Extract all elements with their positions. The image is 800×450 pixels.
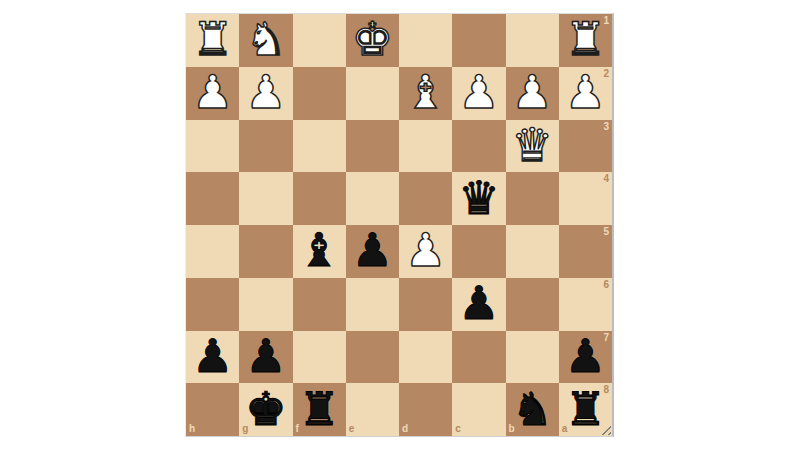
white-queen[interactable]: ♛ [512, 122, 553, 168]
square-b8[interactable]: ♞b [506, 383, 559, 436]
square-g4[interactable] [239, 172, 292, 225]
black-pawn[interactable]: ♟ [565, 333, 606, 379]
black-pawn[interactable]: ♟ [192, 333, 233, 379]
square-c4[interactable]: ♛ [452, 172, 505, 225]
square-b5[interactable] [506, 225, 559, 278]
square-g2[interactable]: ♟ [239, 67, 292, 120]
square-c8[interactable]: c [452, 383, 505, 436]
square-f1[interactable] [293, 14, 346, 67]
square-e4[interactable] [346, 172, 399, 225]
rank-label-3: 3 [603, 122, 609, 132]
square-f4[interactable] [293, 172, 346, 225]
white-knight[interactable]: ♞ [245, 16, 286, 62]
square-b3[interactable]: ♛ [506, 120, 559, 173]
square-a5[interactable]: 5 [559, 225, 612, 278]
square-f8[interactable]: ♜f [293, 383, 346, 436]
square-g3[interactable] [239, 120, 292, 173]
square-e1[interactable]: ♚ [346, 14, 399, 67]
square-b1[interactable] [506, 14, 559, 67]
black-bishop[interactable]: ♝ [299, 227, 340, 273]
square-h3[interactable] [186, 120, 239, 173]
square-g6[interactable] [239, 278, 292, 331]
chess-board: ♜♞♚♜1♟♟♝♟♟♟2♛3♛4♝♟♟5♟6♟♟♟7h♚g♜fedc♞b♜8a [185, 13, 614, 437]
square-c2[interactable]: ♟ [452, 67, 505, 120]
square-h4[interactable] [186, 172, 239, 225]
square-e2[interactable] [346, 67, 399, 120]
black-pawn[interactable]: ♟ [245, 333, 286, 379]
black-queen[interactable]: ♛ [458, 175, 499, 221]
square-a2[interactable]: ♟2 [559, 67, 612, 120]
rank-label-8: 8 [603, 385, 609, 395]
white-rook[interactable]: ♜ [565, 16, 606, 62]
page: ♜♞♚♜1♟♟♝♟♟♟2♛3♛4♝♟♟5♟6♟♟♟7h♚g♜fedc♞b♜8a [0, 0, 800, 450]
square-f2[interactable] [293, 67, 346, 120]
file-label-c: c [455, 424, 461, 434]
square-d3[interactable] [399, 120, 452, 173]
square-f3[interactable] [293, 120, 346, 173]
square-h1[interactable]: ♜ [186, 14, 239, 67]
black-rook[interactable]: ♜ [299, 386, 340, 432]
file-label-g: g [242, 424, 248, 434]
square-a6[interactable]: 6 [559, 278, 612, 331]
square-d4[interactable] [399, 172, 452, 225]
chess-board-grid: ♜♞♚♜1♟♟♝♟♟♟2♛3♛4♝♟♟5♟6♟♟♟7h♚g♜fedc♞b♜8a [186, 14, 612, 436]
square-e8[interactable]: e [346, 383, 399, 436]
square-h6[interactable] [186, 278, 239, 331]
square-a1[interactable]: ♜1 [559, 14, 612, 67]
square-a7[interactable]: ♟7 [559, 331, 612, 384]
rank-label-4: 4 [603, 174, 609, 184]
square-c3[interactable] [452, 120, 505, 173]
white-pawn[interactable]: ♟ [405, 227, 446, 273]
square-f5[interactable]: ♝ [293, 225, 346, 278]
square-c7[interactable] [452, 331, 505, 384]
square-h5[interactable] [186, 225, 239, 278]
black-pawn[interactable]: ♟ [352, 227, 393, 273]
square-b2[interactable]: ♟ [506, 67, 559, 120]
square-b4[interactable] [506, 172, 559, 225]
file-label-d: d [402, 424, 408, 434]
rank-label-1: 1 [603, 16, 609, 26]
square-g5[interactable] [239, 225, 292, 278]
square-c5[interactable] [452, 225, 505, 278]
black-pawn[interactable]: ♟ [458, 280, 499, 326]
square-h7[interactable]: ♟ [186, 331, 239, 384]
square-d7[interactable] [399, 331, 452, 384]
white-king[interactable]: ♚ [352, 16, 393, 62]
square-f7[interactable] [293, 331, 346, 384]
square-a8[interactable]: ♜8a [559, 383, 612, 436]
file-label-b: b [509, 424, 515, 434]
square-d5[interactable]: ♟ [399, 225, 452, 278]
square-e5[interactable]: ♟ [346, 225, 399, 278]
square-c6[interactable]: ♟ [452, 278, 505, 331]
black-knight[interactable]: ♞ [512, 386, 553, 432]
square-h2[interactable]: ♟ [186, 67, 239, 120]
square-d2[interactable]: ♝ [399, 67, 452, 120]
white-pawn[interactable]: ♟ [512, 69, 553, 115]
square-e3[interactable] [346, 120, 399, 173]
white-pawn[interactable]: ♟ [565, 69, 606, 115]
file-label-a: a [562, 424, 568, 434]
black-king[interactable]: ♚ [245, 386, 286, 432]
rank-label-2: 2 [603, 69, 609, 79]
white-bishop[interactable]: ♝ [405, 69, 446, 115]
square-g8[interactable]: ♚g [239, 383, 292, 436]
square-h8[interactable]: h [186, 383, 239, 436]
rank-label-7: 7 [603, 333, 609, 343]
white-rook[interactable]: ♜ [192, 16, 233, 62]
black-rook[interactable]: ♜ [565, 386, 606, 432]
square-d6[interactable] [399, 278, 452, 331]
white-pawn[interactable]: ♟ [245, 69, 286, 115]
file-label-f: f [296, 424, 299, 434]
square-e6[interactable] [346, 278, 399, 331]
file-label-e: e [349, 424, 355, 434]
square-b7[interactable] [506, 331, 559, 384]
square-a3[interactable]: 3 [559, 120, 612, 173]
rank-label-5: 5 [603, 227, 609, 237]
square-f6[interactable] [293, 278, 346, 331]
square-g1[interactable]: ♞ [239, 14, 292, 67]
white-pawn[interactable]: ♟ [458, 69, 499, 115]
square-a4[interactable]: 4 [559, 172, 612, 225]
square-b6[interactable] [506, 278, 559, 331]
square-d8[interactable]: d [399, 383, 452, 436]
square-e7[interactable] [346, 331, 399, 384]
square-d1[interactable] [399, 14, 452, 67]
white-pawn[interactable]: ♟ [192, 69, 233, 115]
square-c1[interactable] [452, 14, 505, 67]
rank-label-6: 6 [603, 280, 609, 290]
square-g7[interactable]: ♟ [239, 331, 292, 384]
file-label-h: h [189, 424, 195, 434]
